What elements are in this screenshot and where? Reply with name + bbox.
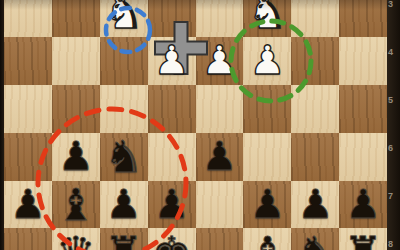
piece-black-queen-g8[interactable]: ♛ bbox=[52, 229, 100, 250]
piece-white-pawn-c4[interactable]: ♟ bbox=[244, 37, 292, 85]
piece-black-pawn-h7[interactable]: ♟ bbox=[4, 181, 52, 229]
piece-white-knight-c3[interactable]: ♞ bbox=[244, 0, 292, 37]
rank-label-4: 4 bbox=[388, 47, 399, 57]
piece-black-pawn-c7[interactable]: ♟ bbox=[244, 181, 292, 229]
piece-white-pawn-d4[interactable]: ♟ bbox=[196, 37, 244, 85]
rank-label-3: 3 bbox=[388, 0, 399, 9]
piece-black-rook-f8[interactable]: ♜ bbox=[100, 229, 148, 250]
rank-label-6: 6 bbox=[388, 143, 399, 153]
pieces-layer: ♞♞♟♟♟♟♞♟♟♝♟♟♟♟♟♛♜♚♝♞♜ bbox=[0, 0, 400, 250]
piece-white-knight-f3[interactable]: ♞ bbox=[100, 0, 148, 37]
piece-black-pawn-d6[interactable]: ♟ bbox=[196, 133, 244, 181]
piece-black-bishop-c8[interactable]: ♝ bbox=[244, 229, 292, 250]
rank-label-8: 8 bbox=[388, 239, 399, 249]
piece-black-rook-a8[interactable]: ♜ bbox=[339, 229, 387, 250]
piece-black-pawn-a7[interactable]: ♟ bbox=[339, 181, 387, 229]
rank-label-5: 5 bbox=[388, 95, 399, 105]
piece-black-pawn-e7[interactable]: ♟ bbox=[148, 181, 196, 229]
piece-white-pawn-e4[interactable]: ♟ bbox=[148, 37, 196, 85]
board-frame-right bbox=[387, 0, 400, 250]
piece-black-pawn-g6[interactable]: ♟ bbox=[52, 133, 100, 181]
piece-black-king-e8[interactable]: ♚ bbox=[148, 229, 196, 250]
chess-board: ♞♞♟♟♟♟♞♟♟♝♟♟♟♟♟♛♜♚♝♞♜ 345678 bbox=[0, 0, 400, 250]
piece-black-pawn-f7[interactable]: ♟ bbox=[100, 181, 148, 229]
piece-black-bishop-g7[interactable]: ♝ bbox=[52, 181, 100, 229]
chess-lesson-screenshot: { "game": "chess", "board": { "orientati… bbox=[0, 0, 400, 250]
piece-black-knight-f6[interactable]: ♞ bbox=[100, 133, 148, 181]
board-frame-left bbox=[0, 0, 4, 250]
piece-black-knight-b8[interactable]: ♞ bbox=[291, 229, 339, 250]
piece-black-pawn-b7[interactable]: ♟ bbox=[291, 181, 339, 229]
rank-label-7: 7 bbox=[388, 191, 399, 201]
